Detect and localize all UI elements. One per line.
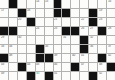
crossword-cell[interactable] bbox=[36, 18, 44, 26]
black-square bbox=[89, 18, 97, 26]
crossword-cell[interactable] bbox=[80, 0, 88, 8]
black-square bbox=[36, 54, 44, 62]
crossword-cell[interactable] bbox=[54, 36, 62, 44]
crossword-cell[interactable] bbox=[27, 0, 35, 8]
crossword-cell[interactable]: 19 bbox=[98, 9, 106, 17]
clue-number: 21 bbox=[54, 18, 57, 20]
black-square bbox=[80, 45, 88, 53]
clue-number: 35 bbox=[45, 45, 48, 47]
crossword-cell[interactable] bbox=[54, 45, 62, 53]
crossword-cell[interactable] bbox=[62, 45, 70, 53]
black-square bbox=[18, 63, 26, 71]
clue-number: 18 bbox=[27, 9, 30, 11]
clue-number: 46 bbox=[54, 63, 57, 65]
black-square bbox=[45, 72, 53, 80]
crossword-cell[interactable] bbox=[107, 18, 115, 26]
crossword-grid: 1415161718192021222324252627282930313233… bbox=[0, 0, 115, 80]
clue-number: 17 bbox=[1, 9, 4, 11]
clue-number: 34 bbox=[9, 45, 12, 47]
clue-number: 23 bbox=[99, 18, 102, 20]
crossword-cell[interactable] bbox=[36, 36, 44, 44]
clue-number: 38 bbox=[9, 54, 12, 56]
crossword-cell[interactable]: 23 bbox=[98, 18, 106, 26]
black-square bbox=[36, 45, 44, 53]
crossword-cell[interactable] bbox=[9, 63, 17, 71]
crossword-cell[interactable] bbox=[27, 27, 35, 35]
crossword-cell[interactable]: 46 bbox=[54, 63, 62, 71]
crossword-cell[interactable] bbox=[62, 72, 70, 80]
clue-number: 24 bbox=[36, 27, 39, 29]
black-square bbox=[98, 54, 106, 62]
crossword-cell[interactable] bbox=[36, 9, 44, 17]
black-square bbox=[107, 63, 115, 71]
crossword-cell[interactable]: 41 bbox=[80, 54, 88, 62]
clue-number: 45 bbox=[36, 63, 39, 65]
clue-number: 29 bbox=[1, 36, 4, 38]
black-square bbox=[9, 27, 17, 35]
crossword-cell[interactable] bbox=[27, 45, 35, 53]
clue-number: 20 bbox=[18, 18, 21, 20]
crossword-cell[interactable] bbox=[71, 9, 79, 17]
black-square bbox=[9, 0, 17, 8]
clue-number: 14 bbox=[36, 0, 39, 2]
crossword-cell[interactable]: 38 bbox=[9, 54, 17, 62]
crossword-cell[interactable]: 14 bbox=[36, 0, 44, 8]
crossword-cell[interactable] bbox=[71, 72, 79, 80]
crossword-cell[interactable]: 36 bbox=[89, 45, 97, 53]
black-square bbox=[0, 27, 8, 35]
crossword-cell[interactable] bbox=[89, 0, 97, 8]
crossword-cell[interactable] bbox=[18, 0, 26, 8]
crossword-cell[interactable]: 16 bbox=[107, 0, 115, 8]
crossword-cell[interactable] bbox=[71, 45, 79, 53]
clue-number: 48 bbox=[99, 63, 102, 65]
crossword-cell[interactable] bbox=[0, 18, 8, 26]
black-square bbox=[71, 27, 79, 35]
crossword-cell[interactable]: 24 bbox=[36, 27, 44, 35]
crossword-cell[interactable]: 28 bbox=[107, 27, 115, 35]
crossword-cell[interactable] bbox=[45, 27, 53, 35]
crossword-cell[interactable]: 25 bbox=[54, 27, 62, 35]
black-square bbox=[89, 72, 97, 80]
crossword-cell[interactable] bbox=[9, 9, 17, 17]
crossword-cell[interactable]: 40 bbox=[71, 54, 79, 62]
crossword-cell[interactable]: 26 bbox=[80, 27, 88, 35]
clue-number: 41 bbox=[81, 54, 84, 56]
crossword-cell[interactable] bbox=[45, 18, 53, 26]
black-square bbox=[89, 9, 97, 17]
crossword-cell[interactable] bbox=[9, 36, 17, 44]
black-square bbox=[18, 9, 26, 17]
black-square bbox=[0, 54, 8, 62]
crossword-cell[interactable]: 21 bbox=[54, 18, 62, 26]
clue-number: 25 bbox=[54, 27, 57, 29]
clue-number: 33 bbox=[1, 45, 4, 47]
clue-number: 52 bbox=[99, 72, 102, 74]
crossword-cell[interactable] bbox=[62, 54, 70, 62]
crossword-cell[interactable]: 37 bbox=[107, 45, 115, 53]
crossword-cell[interactable]: 51 bbox=[54, 72, 62, 80]
crossword-cell[interactable] bbox=[71, 0, 79, 8]
crossword-cell[interactable]: 45 bbox=[36, 63, 44, 71]
black-square bbox=[62, 9, 70, 17]
clue-number: 44 bbox=[27, 63, 30, 65]
crossword-cell[interactable]: 18 bbox=[27, 9, 35, 17]
crossword-cell[interactable]: 48 bbox=[98, 63, 106, 71]
crossword-cell[interactable] bbox=[9, 18, 17, 26]
crossword-cell[interactable] bbox=[98, 36, 106, 44]
black-square bbox=[27, 18, 35, 26]
clue-number: 22 bbox=[81, 18, 84, 20]
clue-number: 28 bbox=[108, 27, 111, 29]
crossword-cell[interactable] bbox=[18, 72, 26, 80]
crossword-cell[interactable]: 34 bbox=[9, 45, 17, 53]
crossword-cell[interactable] bbox=[80, 9, 88, 17]
crossword-cell[interactable]: 31 bbox=[62, 36, 70, 44]
crossword-cell[interactable]: 52 bbox=[98, 72, 106, 80]
crossword-cell[interactable]: 30 bbox=[18, 36, 26, 44]
clue-number: 43 bbox=[1, 63, 4, 65]
clue-number: 51 bbox=[54, 72, 57, 74]
crossword-cell[interactable] bbox=[27, 54, 35, 62]
crossword-cell[interactable] bbox=[71, 18, 79, 26]
crossword-cell[interactable]: 43 bbox=[0, 63, 8, 71]
crossword-cell[interactable]: 17 bbox=[0, 9, 8, 17]
clue-number: 49 bbox=[1, 72, 4, 74]
clue-number: 39 bbox=[54, 54, 57, 56]
crossword-cell[interactable]: 20 bbox=[18, 18, 26, 26]
clue-number: 32 bbox=[90, 36, 93, 38]
clue-number: 30 bbox=[18, 36, 21, 38]
crossword-cell[interactable] bbox=[27, 36, 35, 44]
clue-number: 42 bbox=[108, 54, 111, 56]
crossword-cell[interactable]: 49 bbox=[0, 72, 8, 80]
crossword-cell[interactable] bbox=[45, 9, 53, 17]
crossword-cell[interactable] bbox=[62, 0, 70, 8]
crossword-cell[interactable] bbox=[18, 45, 26, 53]
crossword-cell[interactable] bbox=[107, 36, 115, 44]
crossword-cell[interactable] bbox=[71, 36, 79, 44]
crossword-cell[interactable]: 44 bbox=[27, 63, 35, 71]
crossword-cell[interactable]: 32 bbox=[89, 36, 97, 44]
crossword-cell[interactable] bbox=[45, 63, 53, 71]
crossword-cell[interactable] bbox=[89, 63, 97, 71]
crossword-cell[interactable]: 50 bbox=[36, 72, 44, 80]
clue-number: 16 bbox=[108, 0, 111, 2]
clue-number: 19 bbox=[99, 9, 102, 11]
crossword-cell[interactable] bbox=[9, 72, 17, 80]
clue-number: 31 bbox=[63, 36, 66, 38]
crossword-cell[interactable]: 42 bbox=[107, 54, 115, 62]
crossword-cell[interactable] bbox=[89, 54, 97, 62]
crossword-cell[interactable]: 29 bbox=[0, 36, 8, 44]
crossword-cell[interactable] bbox=[107, 72, 115, 80]
crossword-cell[interactable] bbox=[62, 63, 70, 71]
black-square bbox=[54, 9, 62, 17]
black-square bbox=[98, 27, 106, 35]
crossword-cell[interactable] bbox=[80, 72, 88, 80]
crossword-cell[interactable]: 27 bbox=[89, 27, 97, 35]
clue-number: 40 bbox=[72, 54, 75, 56]
crossword-cell[interactable]: 35 bbox=[45, 45, 53, 53]
clue-number: 15 bbox=[45, 0, 48, 2]
clue-number: 26 bbox=[81, 27, 84, 29]
crossword-cell[interactable]: 47 bbox=[80, 63, 88, 71]
crossword-cell[interactable] bbox=[98, 45, 106, 53]
clue-number: 47 bbox=[81, 63, 84, 65]
crossword-cell[interactable] bbox=[18, 54, 26, 62]
black-square bbox=[27, 72, 35, 80]
clue-number: 37 bbox=[108, 45, 111, 47]
crossword-cell[interactable]: 39 bbox=[54, 54, 62, 62]
crossword-cell[interactable] bbox=[107, 9, 115, 17]
crossword-screenshot: 1415161718192021222324252627282930313233… bbox=[0, 0, 115, 80]
clue-number: 27 bbox=[90, 27, 93, 29]
black-square bbox=[54, 0, 62, 8]
crossword-cell[interactable] bbox=[18, 27, 26, 35]
black-square bbox=[80, 36, 88, 44]
crossword-cell[interactable]: 22 bbox=[80, 18, 88, 26]
crossword-cell[interactable] bbox=[62, 18, 70, 26]
black-square bbox=[45, 54, 53, 62]
crossword-cell[interactable]: 15 bbox=[45, 0, 53, 8]
black-square bbox=[71, 63, 79, 71]
crossword-cell[interactable] bbox=[98, 0, 106, 8]
crossword-cell[interactable] bbox=[0, 0, 8, 8]
black-square bbox=[62, 27, 70, 35]
clue-number: 36 bbox=[90, 45, 93, 47]
crossword-cell[interactable]: 33 bbox=[0, 45, 8, 53]
crossword-cell[interactable] bbox=[45, 36, 53, 44]
clue-number: 50 bbox=[36, 72, 39, 74]
